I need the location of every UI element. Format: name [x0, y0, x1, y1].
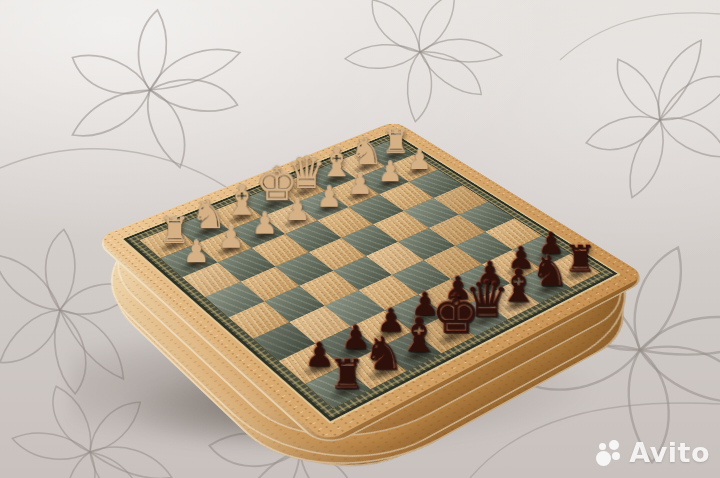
- photo-scene: ♜♞♝♚♛♝♞♜♟♟♟♟♟♟♟♟♟♟♟♟♟♟♟♟♜♞♝♚♛♝♞♜ Avito: [0, 0, 720, 478]
- piece-black-rook: ♜: [324, 356, 371, 395]
- perspective-stage: ♜♞♝♚♛♝♞♜♟♟♟♟♟♟♟♟♟♟♟♟♟♟♟♟♜♞♝♚♛♝♞♜: [0, 0, 720, 478]
- avito-watermark: Avito: [596, 437, 710, 468]
- piece-white-pawn: ♟: [176, 238, 217, 267]
- avito-logo-icon: [596, 440, 622, 466]
- square-d5: [366, 242, 424, 275]
- board-surface: ♜♞♝♚♛♝♞♜♟♟♟♟♟♟♟♟♟♟♟♟♟♟♟♟♜♞♝♚♛♝♞♜: [98, 121, 646, 443]
- square-h8: ♜: [305, 366, 370, 408]
- avito-watermark-text: Avito: [629, 437, 710, 468]
